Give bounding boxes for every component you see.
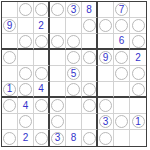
- odd-circle: [67, 83, 80, 96]
- cell-r8c9[interactable]: 1: [130, 114, 146, 130]
- cell-r6c3[interactable]: 4: [34, 82, 50, 98]
- odd-circle: [83, 19, 96, 32]
- cell-r5c8[interactable]: [114, 66, 130, 82]
- cell-r9c6[interactable]: [82, 130, 98, 146]
- cell-r2c6[interactable]: [82, 18, 98, 34]
- cell-r7c4[interactable]: [50, 98, 66, 114]
- cell-r7c9[interactable]: [130, 98, 146, 114]
- odd-circle: [132, 83, 145, 96]
- cell-r2c7[interactable]: [98, 18, 114, 34]
- cell-r9c8[interactable]: [114, 130, 130, 146]
- odd-circle-given-digit: 3: [99, 115, 112, 128]
- cell-r7c3[interactable]: [34, 98, 50, 114]
- cell-r1c6[interactable]: 8: [82, 2, 98, 18]
- given-digit: 2: [23, 133, 29, 143]
- cell-r8c2[interactable]: [18, 114, 34, 130]
- odd-circle: [3, 51, 16, 64]
- odd-circle: [35, 67, 48, 80]
- odd-circle: [67, 51, 80, 64]
- odd-circle-given-digit: 1: [3, 83, 16, 96]
- odd-circle: [35, 99, 48, 112]
- cell-r5c2[interactable]: [18, 66, 34, 82]
- sudoku-board: 38792692514431238: [0, 0, 150, 148]
- cell-r7c1[interactable]: [2, 98, 18, 114]
- cell-r1c3[interactable]: [34, 2, 50, 18]
- given-digit: 2: [38, 21, 44, 31]
- odd-circle: [19, 35, 32, 48]
- odd-circle: [3, 99, 16, 112]
- cell-r9c1[interactable]: [2, 130, 18, 146]
- cell-r9c9[interactable]: [130, 130, 146, 146]
- cell-r3c3[interactable]: [34, 34, 50, 50]
- cell-r3c7[interactable]: [98, 34, 114, 50]
- cell-r3c4[interactable]: [50, 34, 66, 50]
- sudoku-grid: 38792692514431238: [1, 1, 147, 147]
- cell-r3c9[interactable]: [130, 34, 146, 50]
- cell-r2c2[interactable]: [18, 18, 34, 34]
- cell-r7c8[interactable]: [114, 98, 130, 114]
- odd-circle-given-digit: 3: [51, 132, 64, 145]
- cell-r6c8[interactable]: [114, 82, 130, 98]
- cell-r9c3[interactable]: [34, 130, 50, 146]
- cell-r5c1[interactable]: [2, 66, 18, 82]
- cell-r1c1[interactable]: [2, 2, 18, 18]
- cell-r4c1[interactable]: [2, 50, 18, 66]
- cell-r2c1[interactable]: 9: [2, 18, 18, 34]
- cell-r4c5[interactable]: [66, 50, 82, 66]
- odd-circle: [51, 115, 64, 128]
- cell-r6c4[interactable]: [50, 82, 66, 98]
- cell-r5c4[interactable]: [50, 66, 66, 82]
- given-digit: 8: [71, 133, 77, 143]
- cell-r2c8[interactable]: [114, 18, 130, 34]
- cell-r5c5[interactable]: 5: [66, 66, 82, 82]
- odd-circle: [35, 132, 48, 145]
- cell-r1c8[interactable]: 7: [114, 2, 130, 18]
- odd-circle-given-digit: 9: [99, 51, 112, 64]
- given-digit: 4: [38, 84, 44, 94]
- cell-r2c5[interactable]: [66, 18, 82, 34]
- odd-circle: [19, 83, 32, 96]
- cell-r1c4[interactable]: [50, 2, 66, 18]
- odd-circle: [67, 35, 80, 48]
- cell-r7c5[interactable]: [66, 98, 82, 114]
- cell-r4c6[interactable]: [82, 50, 98, 66]
- cell-r4c8[interactable]: [114, 50, 130, 66]
- odd-circle: [115, 51, 128, 64]
- cell-r2c3[interactable]: 2: [34, 18, 50, 34]
- cell-r8c1[interactable]: [2, 114, 18, 130]
- cell-r8c3[interactable]: [34, 114, 50, 130]
- given-digit: 4: [23, 101, 29, 111]
- odd-circle: [83, 83, 96, 96]
- cell-r4c2[interactable]: [18, 50, 34, 66]
- cell-r5c9[interactable]: [130, 66, 146, 82]
- cell-r6c5[interactable]: [66, 82, 82, 98]
- cell-r6c2[interactable]: [18, 82, 34, 98]
- cell-r4c4[interactable]: [50, 50, 66, 66]
- odd-circle: [132, 35, 145, 48]
- odd-circle: [35, 3, 48, 16]
- cell-r8c8[interactable]: [114, 114, 130, 130]
- odd-circle: [35, 35, 48, 48]
- odd-circle: [83, 99, 96, 112]
- cell-r9c5[interactable]: 8: [66, 130, 82, 146]
- cell-r1c7[interactable]: [98, 2, 114, 18]
- cell-r4c7[interactable]: 9: [98, 50, 114, 66]
- cell-r1c2[interactable]: [18, 2, 34, 18]
- odd-circle: [51, 3, 64, 16]
- odd-circle-given-digit: 1: [132, 115, 145, 128]
- cell-r6c6[interactable]: [82, 82, 98, 98]
- cell-r3c1[interactable]: [2, 34, 18, 50]
- given-digit: 8: [86, 5, 92, 15]
- cell-r3c5[interactable]: [66, 34, 82, 50]
- odd-circle: [99, 132, 112, 145]
- given-digit: 2: [135, 53, 141, 63]
- cell-r4c3[interactable]: [34, 50, 50, 66]
- cell-r1c9[interactable]: [130, 2, 146, 18]
- cell-r5c6[interactable]: [82, 66, 98, 82]
- odd-circle: [132, 67, 145, 80]
- cell-r8c4[interactable]: [50, 114, 66, 130]
- cell-r6c7[interactable]: [98, 82, 114, 98]
- cell-r8c6[interactable]: [82, 114, 98, 130]
- odd-circle: [99, 19, 112, 32]
- odd-circle: [19, 3, 32, 16]
- cell-r7c7[interactable]: [98, 98, 114, 114]
- odd-circle: [115, 67, 128, 80]
- odd-circle-given-digit: 7: [115, 3, 128, 16]
- cell-r8c5[interactable]: [66, 114, 82, 130]
- odd-circle: [99, 99, 112, 112]
- cell-r9c7[interactable]: [98, 130, 114, 146]
- given-digit: 6: [119, 36, 125, 46]
- cell-r6c9[interactable]: [130, 82, 146, 98]
- cell-r9c2[interactable]: 2: [18, 130, 34, 146]
- cell-r7c6[interactable]: [82, 98, 98, 114]
- cell-r5c3[interactable]: [34, 66, 50, 82]
- odd-circle: [19, 115, 32, 128]
- cell-r8c7[interactable]: 3: [98, 114, 114, 130]
- odd-circle: [51, 99, 64, 112]
- odd-circle: [3, 132, 16, 145]
- cell-r2c9[interactable]: [130, 18, 146, 34]
- cell-r1c5[interactable]: 3: [66, 2, 82, 18]
- cell-r9c4[interactable]: 3: [50, 130, 66, 146]
- cell-r6c1[interactable]: 1: [2, 82, 18, 98]
- odd-circle: [115, 19, 128, 32]
- odd-circle: [132, 19, 145, 32]
- cell-r2c4[interactable]: [50, 18, 66, 34]
- odd-circle: [83, 51, 96, 64]
- cell-r4c9[interactable]: 2: [130, 50, 146, 66]
- cell-r7c2[interactable]: 4: [18, 98, 34, 114]
- odd-circle-given-digit: 3: [67, 3, 80, 16]
- odd-circle-given-digit: 5: [67, 67, 80, 80]
- odd-circle: [19, 67, 32, 80]
- cell-r3c2[interactable]: [18, 34, 34, 50]
- cell-r5c7[interactable]: [98, 66, 114, 82]
- cell-r3c8[interactable]: 6: [114, 34, 130, 50]
- cell-r3c6[interactable]: [82, 34, 98, 50]
- odd-circle-given-digit: 9: [3, 19, 16, 32]
- odd-circle: [51, 35, 64, 48]
- odd-circle: [115, 115, 128, 128]
- odd-circle: [83, 132, 96, 145]
